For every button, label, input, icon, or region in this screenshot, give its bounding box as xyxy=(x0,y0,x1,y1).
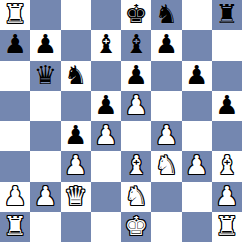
chess-board: ♜♚♞♜♟♟♝♝♟♛♞♟♟♟♟♟♟♟♟♟♝♞♟♝♟♟♛♞♟♜♚♜ xyxy=(0,0,242,242)
square-a6[interactable] xyxy=(0,61,30,91)
square-f7[interactable]: ♟ xyxy=(151,30,181,60)
square-h2[interactable]: ♟ xyxy=(212,182,242,212)
square-b2[interactable]: ♟ xyxy=(30,182,60,212)
square-c6[interactable]: ♞ xyxy=(61,61,91,91)
piece-white-bishop[interactable]: ♝ xyxy=(124,152,147,178)
piece-black-pawn[interactable]: ♟ xyxy=(155,31,178,57)
chess-board-container: ♜♚♞♜♟♟♝♝♟♛♞♟♟♟♟♟♟♟♟♟♝♞♟♝♟♟♛♞♟♜♚♜ xyxy=(0,0,242,242)
square-b3[interactable] xyxy=(30,151,60,181)
square-h3[interactable]: ♝ xyxy=(212,151,242,181)
square-a2[interactable]: ♟ xyxy=(0,182,30,212)
piece-white-pawn[interactable]: ♟ xyxy=(94,122,117,148)
piece-white-pawn[interactable]: ♟ xyxy=(34,183,57,209)
square-a7[interactable]: ♟ xyxy=(0,30,30,60)
square-b1[interactable] xyxy=(30,212,60,242)
square-d7[interactable]: ♝ xyxy=(91,30,121,60)
piece-white-knight[interactable]: ♞ xyxy=(124,183,147,209)
piece-black-rook[interactable]: ♜ xyxy=(215,1,238,27)
square-d3[interactable] xyxy=(91,151,121,181)
piece-white-king[interactable]: ♚ xyxy=(124,213,147,239)
square-g3[interactable]: ♟ xyxy=(182,151,212,181)
square-d2[interactable] xyxy=(91,182,121,212)
square-g1[interactable] xyxy=(182,212,212,242)
piece-white-bishop[interactable]: ♝ xyxy=(215,152,238,178)
piece-white-pawn[interactable]: ♟ xyxy=(155,122,178,148)
square-e6[interactable]: ♟ xyxy=(121,61,151,91)
square-h4[interactable] xyxy=(212,121,242,151)
square-d4[interactable]: ♟ xyxy=(91,121,121,151)
square-a8[interactable]: ♜ xyxy=(0,0,30,30)
piece-black-knight[interactable]: ♞ xyxy=(64,62,87,88)
piece-black-pawn[interactable]: ♟ xyxy=(185,62,208,88)
square-b6[interactable]: ♛ xyxy=(30,61,60,91)
square-f1[interactable] xyxy=(151,212,181,242)
square-g7[interactable] xyxy=(182,30,212,60)
piece-white-rook[interactable]: ♜ xyxy=(215,213,238,239)
square-f3[interactable]: ♞ xyxy=(151,151,181,181)
square-e8[interactable]: ♚ xyxy=(121,0,151,30)
square-e5[interactable]: ♟ xyxy=(121,91,151,121)
square-c3[interactable]: ♟ xyxy=(61,151,91,181)
square-c7[interactable] xyxy=(61,30,91,60)
piece-black-pawn[interactable]: ♟ xyxy=(215,92,238,118)
piece-white-pawn[interactable]: ♟ xyxy=(3,183,26,209)
piece-white-pawn[interactable]: ♟ xyxy=(215,183,238,209)
piece-white-queen[interactable]: ♛ xyxy=(64,183,87,209)
piece-black-bishop[interactable]: ♝ xyxy=(124,31,147,57)
square-g4[interactable] xyxy=(182,121,212,151)
square-h6[interactable] xyxy=(212,61,242,91)
piece-black-pawn[interactable]: ♟ xyxy=(124,62,147,88)
square-g5[interactable] xyxy=(182,91,212,121)
piece-black-queen[interactable]: ♛ xyxy=(34,62,57,88)
square-g2[interactable] xyxy=(182,182,212,212)
square-d5[interactable]: ♟ xyxy=(91,91,121,121)
square-e3[interactable]: ♝ xyxy=(121,151,151,181)
square-h5[interactable]: ♟ xyxy=(212,91,242,121)
piece-black-pawn[interactable]: ♟ xyxy=(64,122,87,148)
square-b5[interactable] xyxy=(30,91,60,121)
square-c4[interactable]: ♟ xyxy=(61,121,91,151)
square-b8[interactable] xyxy=(30,0,60,30)
piece-black-pawn[interactable]: ♟ xyxy=(3,31,26,57)
square-c2[interactable]: ♛ xyxy=(61,182,91,212)
square-f6[interactable] xyxy=(151,61,181,91)
square-b7[interactable]: ♟ xyxy=(30,30,60,60)
square-h8[interactable]: ♜ xyxy=(212,0,242,30)
square-f4[interactable]: ♟ xyxy=(151,121,181,151)
piece-white-rook[interactable]: ♜ xyxy=(3,1,26,27)
piece-white-pawn[interactable]: ♟ xyxy=(124,92,147,118)
piece-white-rook[interactable]: ♜ xyxy=(3,213,26,239)
square-b4[interactable] xyxy=(30,121,60,151)
square-e1[interactable]: ♚ xyxy=(121,212,151,242)
piece-black-bishop[interactable]: ♝ xyxy=(94,31,117,57)
piece-black-pawn[interactable]: ♟ xyxy=(94,92,117,118)
square-e4[interactable] xyxy=(121,121,151,151)
square-e7[interactable]: ♝ xyxy=(121,30,151,60)
square-d8[interactable] xyxy=(91,0,121,30)
square-f8[interactable]: ♞ xyxy=(151,0,181,30)
piece-white-knight[interactable]: ♞ xyxy=(155,152,178,178)
square-a5[interactable] xyxy=(0,91,30,121)
square-a1[interactable]: ♜ xyxy=(0,212,30,242)
square-a4[interactable] xyxy=(0,121,30,151)
square-d6[interactable] xyxy=(91,61,121,91)
piece-black-pawn[interactable]: ♟ xyxy=(34,31,57,57)
square-h7[interactable] xyxy=(212,30,242,60)
piece-black-knight[interactable]: ♞ xyxy=(155,1,178,27)
square-g6[interactable]: ♟ xyxy=(182,61,212,91)
square-e2[interactable]: ♞ xyxy=(121,182,151,212)
piece-white-pawn[interactable]: ♟ xyxy=(64,152,87,178)
square-d1[interactable] xyxy=(91,212,121,242)
square-c8[interactable] xyxy=(61,0,91,30)
square-g8[interactable] xyxy=(182,0,212,30)
square-c1[interactable] xyxy=(61,212,91,242)
square-c5[interactable] xyxy=(61,91,91,121)
square-a3[interactable] xyxy=(0,151,30,181)
square-h1[interactable]: ♜ xyxy=(212,212,242,242)
piece-black-king[interactable]: ♚ xyxy=(124,1,147,27)
piece-white-pawn[interactable]: ♟ xyxy=(185,152,208,178)
square-f2[interactable] xyxy=(151,182,181,212)
square-f5[interactable] xyxy=(151,91,181,121)
